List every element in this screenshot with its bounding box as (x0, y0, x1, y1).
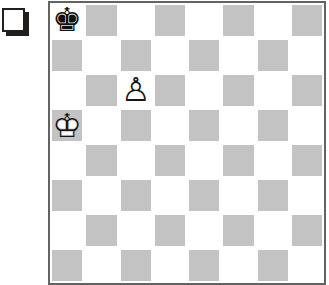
square-g3[interactable] (256, 178, 290, 213)
square-f8[interactable] (221, 3, 255, 38)
square-b3[interactable] (84, 178, 118, 213)
square-a2[interactable] (50, 213, 84, 248)
square-c7[interactable] (119, 38, 153, 73)
square-d4[interactable] (153, 143, 187, 178)
square-f4[interactable] (221, 143, 255, 178)
square-a1[interactable] (50, 248, 84, 283)
square-h6[interactable] (290, 73, 324, 108)
square-d2[interactable] (153, 213, 187, 248)
square-h3[interactable] (290, 178, 324, 213)
square-e3[interactable] (187, 178, 221, 213)
square-c5[interactable] (119, 108, 153, 143)
white-pawn-glyph: ♙ (121, 73, 151, 106)
square-h1[interactable] (290, 248, 324, 283)
square-b6[interactable] (84, 73, 118, 108)
square-e2[interactable] (187, 213, 221, 248)
chess-board: ♚♟♙♚♔ (48, 1, 326, 285)
square-a5[interactable]: ♚♔ (50, 108, 84, 143)
square-c6[interactable]: ♟♙ (119, 73, 153, 108)
square-g8[interactable] (256, 3, 290, 38)
square-b1[interactable] (84, 248, 118, 283)
square-d7[interactable] (153, 38, 187, 73)
white-king-glyph: ♔ (52, 108, 82, 141)
square-f1[interactable] (221, 248, 255, 283)
square-c8[interactable] (119, 3, 153, 38)
black-king[interactable]: ♚ (51, 3, 84, 38)
square-d3[interactable] (153, 178, 187, 213)
square-h8[interactable] (290, 3, 324, 38)
square-d8[interactable] (153, 3, 187, 38)
square-f7[interactable] (221, 38, 255, 73)
square-e8[interactable] (187, 3, 221, 38)
square-a7[interactable] (50, 38, 84, 73)
square-e6[interactable] (187, 73, 221, 108)
white-to-move-indicator (2, 8, 30, 37)
square-b2[interactable] (84, 213, 118, 248)
square-d1[interactable] (153, 248, 187, 283)
square-c4[interactable] (119, 143, 153, 178)
square-f2[interactable] (221, 213, 255, 248)
square-g4[interactable] (256, 143, 290, 178)
square-g6[interactable] (256, 73, 290, 108)
square-g5[interactable] (256, 108, 290, 143)
square-f6[interactable] (221, 73, 255, 108)
square-a3[interactable] (50, 178, 84, 213)
square-h2[interactable] (290, 213, 324, 248)
white-pawn[interactable]: ♟♙ (119, 73, 152, 108)
square-a6[interactable] (50, 73, 84, 108)
square-a8[interactable]: ♚ (50, 3, 84, 38)
square-h7[interactable] (290, 38, 324, 73)
square-e7[interactable] (187, 38, 221, 73)
square-e4[interactable] (187, 143, 221, 178)
square-c2[interactable] (119, 213, 153, 248)
white-king[interactable]: ♚♔ (52, 108, 82, 143)
square-d6[interactable] (153, 73, 187, 108)
square-a4[interactable] (50, 143, 84, 178)
square-d5[interactable] (153, 108, 187, 143)
square-f3[interactable] (221, 178, 255, 213)
square-e5[interactable] (187, 108, 221, 143)
square-c3[interactable] (119, 178, 153, 213)
square-e1[interactable] (187, 248, 221, 283)
chess-diagram: ♚♟♙♚♔ (0, 0, 329, 285)
square-h5[interactable] (290, 108, 324, 143)
indicator-white-square (2, 8, 25, 32)
square-h4[interactable] (290, 143, 324, 178)
black-king-glyph: ♚ (52, 3, 82, 36)
square-b7[interactable] (84, 38, 118, 73)
square-b8[interactable] (84, 3, 118, 38)
square-b4[interactable] (84, 143, 118, 178)
square-g2[interactable] (256, 213, 290, 248)
square-b5[interactable] (84, 108, 118, 143)
square-c1[interactable] (119, 248, 153, 283)
square-g1[interactable] (256, 248, 290, 283)
square-f5[interactable] (221, 108, 255, 143)
square-g7[interactable] (256, 38, 290, 73)
